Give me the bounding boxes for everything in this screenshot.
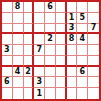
cell-r8c9[interactable] [88, 77, 99, 88]
cell-r5c8[interactable] [77, 45, 88, 56]
cell-r8c6[interactable] [56, 77, 67, 88]
cell-r6c9[interactable] [88, 56, 99, 67]
cell-r2c2[interactable] [13, 13, 24, 24]
given-digit-r5c4[interactable]: 7 [34, 45, 45, 56]
sudoku-board: 86153728437426631 [0, 0, 101, 101]
cell-r2c5[interactable] [45, 13, 56, 24]
cell-r5c9[interactable] [88, 45, 99, 56]
cell-r4c4[interactable] [34, 34, 45, 45]
cell-r8c8[interactable] [77, 77, 88, 88]
cell-r7c9[interactable] [88, 67, 99, 78]
cell-r3c1[interactable] [2, 24, 13, 35]
cell-r1c4[interactable] [34, 2, 45, 13]
cell-r5c5[interactable] [45, 45, 56, 56]
cell-r3c3[interactable] [24, 24, 35, 35]
cell-r3c2[interactable] [13, 24, 24, 35]
cell-r6c3[interactable] [24, 56, 35, 67]
given-digit-r2c8[interactable]: 5 [77, 13, 88, 24]
given-digit-r3c9[interactable]: 7 [88, 24, 99, 35]
cell-r8c5[interactable] [45, 77, 56, 88]
cell-r5c2[interactable] [13, 45, 24, 56]
cell-r7c4[interactable] [34, 67, 45, 78]
cell-r4c9[interactable] [88, 34, 99, 45]
cell-r8c7[interactable] [67, 77, 78, 88]
cell-r3c5[interactable] [45, 24, 56, 35]
cell-r1c1[interactable] [2, 2, 13, 13]
given-digit-r1c2[interactable]: 8 [13, 2, 24, 13]
cell-r3c4[interactable] [34, 24, 45, 35]
cell-r6c8[interactable] [77, 56, 88, 67]
cell-r6c1[interactable] [2, 56, 13, 67]
cell-r5c6[interactable] [56, 45, 67, 56]
cell-r1c6[interactable] [56, 2, 67, 13]
cell-r7c6[interactable] [56, 67, 67, 78]
cell-r1c7[interactable] [67, 2, 78, 13]
cell-r2c9[interactable] [88, 13, 99, 24]
cell-r4c1[interactable] [2, 34, 13, 45]
cell-r9c7[interactable] [67, 88, 78, 99]
cell-r5c7[interactable] [67, 45, 78, 56]
cell-r9c5[interactable] [45, 88, 56, 99]
cell-r4c2[interactable] [13, 34, 24, 45]
cell-r6c7[interactable] [67, 56, 78, 67]
cell-r1c3[interactable] [24, 2, 35, 13]
cell-r7c7[interactable] [67, 67, 78, 78]
cell-r6c5[interactable] [45, 56, 56, 67]
cell-r9c3[interactable] [24, 88, 35, 99]
cell-r6c4[interactable] [34, 56, 45, 67]
cell-r9c1[interactable] [2, 88, 13, 99]
cell-r2c4[interactable] [34, 13, 45, 24]
cell-r2c3[interactable] [24, 13, 35, 24]
given-digit-r9c4[interactable]: 1 [34, 88, 45, 99]
given-digit-r5c1[interactable]: 3 [2, 45, 13, 56]
given-digit-r7c3[interactable]: 2 [24, 67, 35, 78]
cell-r4c3[interactable] [24, 34, 35, 45]
cell-r9c9[interactable] [88, 88, 99, 99]
given-digit-r4c8[interactable]: 4 [77, 34, 88, 45]
given-digit-r8c4[interactable]: 3 [34, 77, 45, 88]
cell-r7c5[interactable] [45, 67, 56, 78]
cell-r8c3[interactable] [24, 77, 35, 88]
given-digit-r8c1[interactable]: 6 [2, 77, 13, 88]
cell-r6c2[interactable] [13, 56, 24, 67]
cell-r2c6[interactable] [56, 13, 67, 24]
cell-r4c6[interactable] [56, 34, 67, 45]
cell-r1c9[interactable] [88, 2, 99, 13]
given-digit-r4c7[interactable]: 8 [67, 34, 78, 45]
cell-r7c1[interactable] [2, 67, 13, 78]
given-digit-r7c2[interactable]: 4 [13, 67, 24, 78]
cell-r3c6[interactable] [56, 24, 67, 35]
cell-r9c6[interactable] [56, 88, 67, 99]
given-digit-r3c7[interactable]: 3 [67, 24, 78, 35]
cell-r9c8[interactable] [77, 88, 88, 99]
cell-r6c6[interactable] [56, 56, 67, 67]
cell-r1c8[interactable] [77, 2, 88, 13]
cell-r5c3[interactable] [24, 45, 35, 56]
cell-r9c2[interactable] [13, 88, 24, 99]
cell-r8c2[interactable] [13, 77, 24, 88]
given-digit-r2c7[interactable]: 1 [67, 13, 78, 24]
given-digit-r7c8[interactable]: 6 [77, 67, 88, 78]
cell-r2c1[interactable] [2, 13, 13, 24]
given-digit-r4c5[interactable]: 2 [45, 34, 56, 45]
given-digit-r1c5[interactable]: 6 [45, 2, 56, 13]
cell-r3c8[interactable] [77, 24, 88, 35]
